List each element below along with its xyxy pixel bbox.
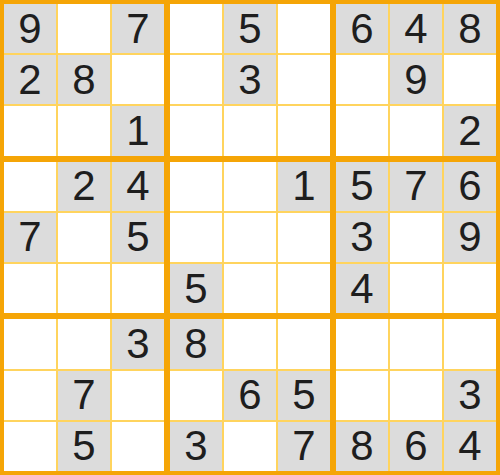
cell-r8c8[interactable] — [390, 371, 442, 420]
cell-r1c4[interactable] — [170, 4, 222, 53]
cell-r6c2[interactable] — [58, 264, 110, 313]
cell-r8c4[interactable] — [170, 371, 222, 420]
box-5: 15 — [170, 162, 330, 314]
box-2: 53 — [170, 4, 330, 156]
box-3: 64892 — [336, 4, 496, 156]
cell-r9c1[interactable] — [4, 422, 56, 471]
box-7: 375 — [4, 319, 164, 471]
cell-r5c7[interactable]: 3 — [336, 213, 388, 262]
cell-r3c7[interactable] — [336, 106, 388, 155]
cell-r6c5[interactable] — [224, 264, 276, 313]
cell-r6c6[interactable] — [278, 264, 330, 313]
box-8: 86537 — [170, 319, 330, 471]
cell-r8c9[interactable]: 3 — [444, 371, 496, 420]
cell-r7c1[interactable] — [4, 319, 56, 368]
cell-r8c2[interactable]: 7 — [58, 371, 110, 420]
cell-r4c5[interactable] — [224, 162, 276, 211]
cell-r6c4[interactable]: 5 — [170, 264, 222, 313]
cell-r5c1[interactable]: 7 — [4, 213, 56, 262]
cell-r5c8[interactable] — [390, 213, 442, 262]
cell-r5c9[interactable]: 9 — [444, 213, 496, 262]
cell-r9c8[interactable]: 6 — [390, 422, 442, 471]
cell-r6c1[interactable] — [4, 264, 56, 313]
cell-r3c2[interactable] — [58, 106, 110, 155]
cell-r2c8[interactable]: 9 — [390, 55, 442, 104]
cell-r9c3[interactable] — [112, 422, 164, 471]
cell-r8c5[interactable]: 6 — [224, 371, 276, 420]
cell-r8c3[interactable] — [112, 371, 164, 420]
cell-r2c2[interactable]: 8 — [58, 55, 110, 104]
cell-r6c7[interactable]: 4 — [336, 264, 388, 313]
cell-r3c9[interactable]: 2 — [444, 106, 496, 155]
cell-r3c6[interactable] — [278, 106, 330, 155]
cell-r4c3[interactable]: 4 — [112, 162, 164, 211]
cell-r1c3[interactable]: 7 — [112, 4, 164, 53]
cell-r7c6[interactable] — [278, 319, 330, 368]
cell-r4c4[interactable] — [170, 162, 222, 211]
cell-r3c3[interactable]: 1 — [112, 106, 164, 155]
cell-r9c2[interactable]: 5 — [58, 422, 110, 471]
cell-r5c4[interactable] — [170, 213, 222, 262]
cell-r8c7[interactable] — [336, 371, 388, 420]
cell-r7c8[interactable] — [390, 319, 442, 368]
cell-r1c8[interactable]: 4 — [390, 4, 442, 53]
cell-r8c1[interactable] — [4, 371, 56, 420]
cell-r2c5[interactable]: 3 — [224, 55, 276, 104]
cell-r1c2[interactable] — [58, 4, 110, 53]
cell-r6c9[interactable] — [444, 264, 496, 313]
cell-r4c2[interactable]: 2 — [58, 162, 110, 211]
cell-r2c3[interactable] — [112, 55, 164, 104]
cell-r4c9[interactable]: 6 — [444, 162, 496, 211]
cell-r9c9[interactable]: 4 — [444, 422, 496, 471]
cell-r4c1[interactable] — [4, 162, 56, 211]
cell-r2c7[interactable] — [336, 55, 388, 104]
cell-r9c5[interactable] — [224, 422, 276, 471]
cell-r3c5[interactable] — [224, 106, 276, 155]
cell-r2c6[interactable] — [278, 55, 330, 104]
cell-r9c4[interactable]: 3 — [170, 422, 222, 471]
cell-r5c6[interactable] — [278, 213, 330, 262]
box-9: 3864 — [336, 319, 496, 471]
cell-r9c7[interactable]: 8 — [336, 422, 388, 471]
cell-r2c9[interactable] — [444, 55, 496, 104]
cell-r7c9[interactable] — [444, 319, 496, 368]
cell-r1c6[interactable] — [278, 4, 330, 53]
cell-r4c8[interactable]: 7 — [390, 162, 442, 211]
cell-r6c8[interactable] — [390, 264, 442, 313]
cell-r3c4[interactable] — [170, 106, 222, 155]
cell-r1c7[interactable]: 6 — [336, 4, 388, 53]
cell-r3c1[interactable] — [4, 106, 56, 155]
cell-r4c6[interactable]: 1 — [278, 162, 330, 211]
cell-r7c4[interactable]: 8 — [170, 319, 222, 368]
cell-r8c6[interactable]: 5 — [278, 371, 330, 420]
cell-r7c5[interactable] — [224, 319, 276, 368]
cell-r4c7[interactable]: 5 — [336, 162, 388, 211]
cell-r5c5[interactable] — [224, 213, 276, 262]
cell-r7c2[interactable] — [58, 319, 110, 368]
cell-r2c4[interactable] — [170, 55, 222, 104]
box-1: 97281 — [4, 4, 164, 156]
cell-r1c1[interactable]: 9 — [4, 4, 56, 53]
cell-r7c7[interactable] — [336, 319, 388, 368]
cell-r2c1[interactable]: 2 — [4, 55, 56, 104]
cell-r5c3[interactable]: 5 — [112, 213, 164, 262]
cell-r7c3[interactable]: 3 — [112, 319, 164, 368]
cell-r3c8[interactable] — [390, 106, 442, 155]
cell-r6c3[interactable] — [112, 264, 164, 313]
box-4: 2475 — [4, 162, 164, 314]
cell-r1c9[interactable]: 8 — [444, 4, 496, 53]
sudoku-board: 972815364892247515576394375865373864 — [0, 0, 500, 475]
cell-r9c6[interactable]: 7 — [278, 422, 330, 471]
box-6: 576394 — [336, 162, 496, 314]
cell-r1c5[interactable]: 5 — [224, 4, 276, 53]
cell-r5c2[interactable] — [58, 213, 110, 262]
